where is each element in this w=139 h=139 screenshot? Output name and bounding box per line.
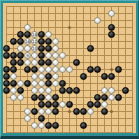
black-stone <box>94 94 101 101</box>
black-stone <box>17 87 24 94</box>
white-stone <box>24 24 31 31</box>
stones-grid[interactable]: 181612109 <box>3 3 136 136</box>
white-stone <box>59 52 66 59</box>
white-stone: 18 <box>31 31 38 38</box>
black-stone <box>80 108 87 115</box>
white-stone <box>52 66 59 73</box>
black-stone <box>38 52 45 59</box>
black-stone <box>101 94 108 101</box>
black-stone <box>52 94 59 101</box>
black-stone <box>108 31 115 38</box>
black-stone <box>45 101 52 108</box>
black-stone <box>38 94 45 101</box>
black-stone <box>73 59 80 66</box>
black-stone <box>45 73 52 80</box>
black-stone <box>115 94 122 101</box>
white-stone <box>59 66 66 73</box>
black-stone <box>45 59 52 66</box>
white-stone <box>17 80 24 87</box>
black-stone <box>101 73 108 80</box>
black-stone <box>73 108 80 115</box>
black-stone <box>45 45 52 52</box>
black-stone <box>80 122 87 129</box>
black-stone <box>10 52 17 59</box>
black-stone <box>45 38 52 45</box>
white-stone <box>66 66 73 73</box>
black-stone <box>108 24 115 31</box>
white-stone <box>52 80 59 87</box>
white-stone <box>108 10 115 17</box>
white-stone <box>38 87 45 94</box>
black-stone <box>73 87 80 94</box>
white-stone <box>108 94 115 101</box>
black-stone <box>38 45 45 52</box>
white-stone <box>87 108 94 115</box>
black-stone <box>94 101 101 108</box>
white-stone <box>31 87 38 94</box>
white-stone <box>10 73 17 80</box>
black-stone <box>31 66 38 73</box>
white-stone <box>31 52 38 59</box>
black-stone <box>59 80 66 87</box>
black-stone <box>66 101 73 108</box>
go-app-window: 181612109 <box>0 0 139 139</box>
move-number-label: 18 <box>32 32 37 36</box>
white-stone <box>24 115 31 122</box>
black-stone <box>115 66 122 73</box>
black-stone <box>3 80 10 87</box>
black-stone <box>94 66 101 73</box>
white-stone <box>38 73 45 80</box>
black-stone <box>122 87 129 94</box>
move-number-label: 10 <box>32 46 37 50</box>
black-stone <box>17 38 24 45</box>
white-stone <box>45 94 52 101</box>
black-stone <box>45 80 52 87</box>
black-stone <box>10 80 17 87</box>
black-stone <box>87 101 94 108</box>
white-stone <box>17 45 24 52</box>
white-stone <box>31 59 38 66</box>
white-stone <box>45 66 52 73</box>
white-stone <box>101 101 108 108</box>
black-stone <box>38 115 45 122</box>
white-stone <box>10 87 17 94</box>
black-stone <box>24 80 31 87</box>
white-stone <box>45 108 52 115</box>
white-stone <box>52 59 59 66</box>
black-stone <box>3 87 10 94</box>
white-stone <box>52 52 59 59</box>
black-stone <box>31 94 38 101</box>
white-stone <box>24 108 31 115</box>
white-stone <box>45 52 52 59</box>
white-stone <box>38 108 45 115</box>
black-stone <box>38 38 45 45</box>
white-stone <box>45 87 52 94</box>
white-stone <box>38 80 45 87</box>
black-stone <box>87 45 94 52</box>
black-stone <box>24 31 31 38</box>
black-stone <box>10 66 17 73</box>
black-stone <box>38 31 45 38</box>
white-stone <box>31 80 38 87</box>
white-stone <box>52 45 59 52</box>
black-stone <box>52 122 59 129</box>
white-stone <box>108 87 115 94</box>
black-stone <box>38 59 45 66</box>
black-stone <box>52 101 59 108</box>
move-number-label: 16 <box>25 39 30 43</box>
black-stone <box>10 38 17 45</box>
white-stone <box>31 73 38 80</box>
black-stone <box>17 59 24 66</box>
move-number-label: 12 <box>32 39 37 43</box>
black-stone <box>3 52 10 59</box>
black-stone <box>10 59 17 66</box>
black-stone <box>17 31 24 38</box>
white-stone <box>24 45 31 52</box>
white-stone <box>38 122 45 129</box>
go-board[interactable]: 181612109 <box>3 3 136 133</box>
white-stone <box>59 101 66 108</box>
black-stone <box>3 73 10 80</box>
white-stone <box>24 59 31 66</box>
black-stone <box>101 108 108 115</box>
white-stone <box>101 87 108 94</box>
white-stone: 9 <box>24 52 31 59</box>
white-stone <box>10 94 17 101</box>
white-stone: 10 <box>31 45 38 52</box>
white-stone <box>17 94 24 101</box>
white-stone: 12 <box>31 38 38 45</box>
black-stone <box>59 87 66 94</box>
move-number-label: 9 <box>26 53 29 57</box>
white-stone <box>94 17 101 24</box>
black-stone <box>24 66 31 73</box>
white-stone <box>45 31 52 38</box>
black-stone <box>52 108 59 115</box>
white-stone: 16 <box>24 38 31 45</box>
white-stone <box>52 73 59 80</box>
white-stone <box>31 122 38 129</box>
black-stone <box>108 73 115 80</box>
black-stone <box>17 52 24 59</box>
black-stone <box>66 87 73 94</box>
white-stone <box>52 38 59 45</box>
black-stone <box>31 108 38 115</box>
black-stone <box>45 122 52 129</box>
black-stone <box>3 45 10 52</box>
black-stone <box>87 66 94 73</box>
black-stone <box>38 101 45 108</box>
black-stone <box>3 66 10 73</box>
white-stone <box>38 66 45 73</box>
black-stone <box>80 73 87 80</box>
